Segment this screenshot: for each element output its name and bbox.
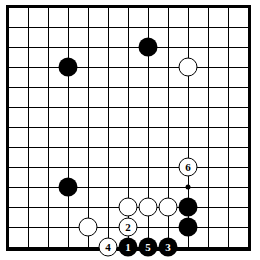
board-point[interactable] [178, 237, 198, 257]
white-stone [179, 58, 198, 77]
board-point[interactable] [158, 117, 178, 137]
board-point[interactable]: 6 [178, 157, 198, 177]
white-stone [119, 198, 138, 217]
board-point[interactable] [98, 57, 118, 77]
board-point[interactable] [78, 97, 98, 117]
board-point[interactable] [218, 137, 238, 157]
board-point[interactable] [158, 157, 178, 177]
board-point[interactable] [38, 97, 58, 117]
black-stone: 3 [159, 238, 178, 257]
board-point[interactable] [178, 0, 198, 17]
black-stone: 1 [119, 238, 138, 257]
white-stone [139, 198, 158, 217]
board-point[interactable] [238, 77, 258, 97]
board-point[interactable] [138, 0, 158, 17]
move-number-label: 5 [145, 242, 151, 253]
board-point[interactable] [118, 77, 138, 97]
board-point[interactable] [78, 117, 98, 137]
board-point[interactable] [18, 17, 38, 37]
board-point[interactable] [118, 57, 138, 77]
board-point[interactable] [178, 57, 198, 77]
board-point[interactable] [238, 177, 258, 197]
board-point[interactable]: 5 [138, 237, 158, 257]
board-point[interactable] [118, 0, 138, 17]
board-point[interactable] [138, 157, 158, 177]
board-point[interactable] [118, 97, 138, 117]
board-point[interactable] [238, 57, 258, 77]
board-point[interactable] [38, 117, 58, 137]
board-point[interactable] [158, 77, 178, 97]
board-point[interactable] [58, 157, 78, 177]
board-point[interactable] [38, 237, 58, 257]
board-point[interactable] [238, 0, 258, 17]
board-point[interactable] [18, 137, 38, 157]
board-point[interactable] [38, 217, 58, 237]
board-point[interactable] [18, 157, 38, 177]
board-point[interactable] [238, 97, 258, 117]
board-point[interactable] [18, 57, 38, 77]
board-point[interactable] [58, 237, 78, 257]
board-point[interactable] [58, 0, 78, 17]
board-point[interactable] [178, 177, 198, 197]
board-point[interactable] [38, 137, 58, 157]
board-point[interactable] [0, 17, 18, 37]
board-point[interactable] [78, 217, 98, 237]
board-point[interactable] [118, 117, 138, 137]
board-point[interactable] [238, 37, 258, 57]
board-point[interactable] [238, 137, 258, 157]
black-stone [139, 38, 158, 57]
white-stone: 6 [179, 158, 198, 177]
board-point[interactable] [218, 237, 238, 257]
board-point[interactable] [158, 37, 178, 57]
board-point[interactable] [38, 177, 58, 197]
board-point[interactable] [138, 77, 158, 97]
board-point[interactable] [18, 237, 38, 257]
board-point[interactable] [98, 97, 118, 117]
board-point[interactable] [198, 137, 218, 157]
board-point[interactable] [198, 0, 218, 17]
board-point[interactable] [158, 197, 178, 217]
board-point[interactable] [78, 197, 98, 217]
board-point[interactable] [38, 17, 58, 37]
board-point[interactable] [138, 217, 158, 237]
board-point[interactable] [198, 157, 218, 177]
board-point[interactable] [98, 197, 118, 217]
board-point[interactable] [0, 157, 18, 177]
board-point[interactable] [58, 217, 78, 237]
board-point[interactable] [78, 177, 98, 197]
board-point[interactable] [58, 77, 78, 97]
board-point[interactable] [158, 217, 178, 237]
board-point[interactable] [78, 37, 98, 57]
board-point[interactable] [158, 17, 178, 37]
black-stone: 5 [139, 238, 158, 257]
board-point[interactable] [38, 77, 58, 97]
board-point[interactable] [0, 197, 18, 217]
board-point[interactable] [38, 157, 58, 177]
move-number-label: 6 [185, 162, 191, 173]
board-point[interactable] [178, 37, 198, 57]
board-point[interactable] [238, 157, 258, 177]
board-point[interactable] [58, 177, 78, 197]
board-point[interactable]: 3 [158, 237, 178, 257]
board-point[interactable] [158, 57, 178, 77]
board-point[interactable] [178, 77, 198, 97]
board-point[interactable] [38, 197, 58, 217]
board-point[interactable] [78, 77, 98, 97]
board-point[interactable] [98, 77, 118, 97]
board-point[interactable] [78, 57, 98, 77]
board-point[interactable] [198, 57, 218, 77]
board-point[interactable] [98, 37, 118, 57]
board-point[interactable] [0, 97, 18, 117]
board-point[interactable] [18, 0, 38, 17]
board-point[interactable] [138, 37, 158, 57]
board-point[interactable] [138, 117, 158, 137]
board-point[interactable] [38, 0, 58, 17]
board-point[interactable] [118, 17, 138, 37]
board-point[interactable] [238, 117, 258, 137]
black-stone [59, 178, 78, 197]
board-point[interactable] [98, 217, 118, 237]
board-point[interactable] [178, 117, 198, 137]
board-point[interactable] [38, 57, 58, 77]
board-point[interactable] [218, 157, 238, 177]
board-point[interactable] [118, 157, 138, 177]
board-point[interactable] [0, 237, 18, 257]
move-number-label: 3 [165, 242, 171, 253]
board-point[interactable] [98, 157, 118, 177]
board-point[interactable] [98, 117, 118, 137]
board-point[interactable]: 4 [98, 237, 118, 257]
board-point[interactable] [218, 17, 238, 37]
white-stone [159, 198, 178, 217]
board-point[interactable] [198, 237, 218, 257]
board-point[interactable] [218, 57, 238, 77]
board-point[interactable] [138, 177, 158, 197]
board-point[interactable] [178, 97, 198, 117]
move-number-label: 4 [105, 242, 111, 253]
board-point[interactable] [78, 157, 98, 177]
board-point[interactable] [0, 217, 18, 237]
board-point[interactable] [238, 217, 258, 237]
board-point[interactable] [198, 217, 218, 237]
board-point[interactable] [158, 0, 178, 17]
white-stone: 4 [99, 238, 118, 257]
board-point[interactable] [178, 197, 198, 217]
board-point[interactable] [78, 137, 98, 157]
board-point[interactable] [118, 137, 138, 157]
board-point[interactable] [198, 117, 218, 137]
board-point[interactable] [18, 197, 38, 217]
board-point[interactable] [18, 97, 38, 117]
board-point[interactable] [158, 137, 178, 157]
board-point[interactable] [58, 57, 78, 77]
board-point[interactable] [98, 17, 118, 37]
board-point[interactable] [38, 37, 58, 57]
board-point[interactable] [0, 137, 18, 157]
board-point[interactable] [98, 177, 118, 197]
board-point[interactable] [0, 77, 18, 97]
board-point[interactable] [178, 17, 198, 37]
board-point[interactable] [218, 177, 238, 197]
board-point[interactable] [158, 97, 178, 117]
board-point[interactable] [238, 17, 258, 37]
black-stone [59, 58, 78, 77]
board-point[interactable] [218, 97, 238, 117]
board-point[interactable] [218, 37, 238, 57]
move-number-label: 2 [125, 222, 131, 233]
board-point[interactable] [0, 117, 18, 137]
board-point[interactable] [0, 177, 18, 197]
board-point[interactable] [198, 97, 218, 117]
board-point[interactable] [18, 77, 38, 97]
board-point[interactable] [218, 117, 238, 137]
board-point[interactable] [0, 37, 18, 57]
board-point[interactable] [218, 217, 238, 237]
board-point[interactable] [198, 37, 218, 57]
board-point[interactable] [238, 197, 258, 217]
board-point[interactable] [58, 197, 78, 217]
board-point[interactable] [198, 17, 218, 37]
board-point[interactable] [198, 177, 218, 197]
go-board-diagram: 624153 [0, 0, 260, 260]
board-point[interactable] [0, 0, 18, 17]
board-point[interactable] [18, 37, 38, 57]
board-point[interactable] [198, 197, 218, 217]
board-point[interactable] [58, 17, 78, 37]
board-point[interactable] [58, 117, 78, 137]
move-number-label: 1 [125, 242, 131, 253]
board-point[interactable] [58, 37, 78, 57]
board-point[interactable] [138, 57, 158, 77]
board-point[interactable] [218, 0, 238, 17]
board-point[interactable] [138, 197, 158, 217]
board-point[interactable] [118, 177, 138, 197]
board-point[interactable] [218, 197, 238, 217]
board-point[interactable] [0, 57, 18, 77]
board-point[interactable]: 2 [118, 217, 138, 237]
board-point[interactable] [118, 197, 138, 217]
board-point[interactable] [58, 97, 78, 117]
board-point[interactable] [18, 217, 38, 237]
board-point[interactable] [158, 177, 178, 197]
board-point[interactable] [118, 37, 138, 57]
board-point[interactable] [98, 137, 118, 157]
board-point[interactable] [18, 177, 38, 197]
board-point[interactable] [178, 137, 198, 157]
board-point[interactable] [218, 77, 238, 97]
black-stone [179, 218, 198, 237]
white-stone [79, 218, 98, 237]
board-point[interactable]: 1 [118, 237, 138, 257]
board-points: 624153 [0, 0, 258, 257]
board-point[interactable] [78, 0, 98, 17]
board-point[interactable] [178, 217, 198, 237]
black-stone [179, 198, 198, 217]
board-point[interactable] [98, 0, 118, 17]
board-point[interactable] [18, 117, 38, 137]
board-point[interactable] [138, 137, 158, 157]
board-point[interactable] [78, 237, 98, 257]
board-point[interactable] [138, 97, 158, 117]
board-point[interactable] [138, 17, 158, 37]
board-point[interactable] [238, 237, 258, 257]
star-point-marker [186, 185, 191, 190]
board-point[interactable] [58, 137, 78, 157]
board-point[interactable] [198, 77, 218, 97]
white-stone: 2 [119, 218, 138, 237]
board-point[interactable] [78, 17, 98, 37]
